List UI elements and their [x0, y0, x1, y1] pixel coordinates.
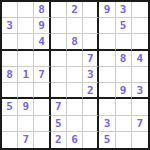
- cell-r7c1[interactable]: 5: [2, 99, 18, 115]
- cell-r2c5[interactable]: [67, 18, 83, 34]
- cell-r8c6[interactable]: [83, 116, 99, 132]
- given-digit: 8: [38, 3, 45, 16]
- given-digit: 6: [71, 133, 78, 146]
- cell-r5c4[interactable]: [51, 67, 67, 83]
- cell-r8c2[interactable]: [18, 116, 34, 132]
- given-digit: 1: [23, 68, 30, 81]
- cell-r9c6[interactable]: [83, 132, 99, 148]
- cell-r9c1[interactable]: [2, 132, 18, 148]
- cell-r4c1[interactable]: [2, 51, 18, 67]
- given-digit: 8: [71, 35, 78, 48]
- given-digit: 7: [87, 52, 94, 65]
- cell-r2c2[interactable]: [18, 18, 34, 34]
- cell-r4c6[interactable]: 7: [83, 51, 99, 67]
- cell-r4c7[interactable]: [99, 51, 115, 67]
- cell-r5c9[interactable]: [132, 67, 148, 83]
- given-digit: 3: [120, 3, 127, 16]
- cell-r8c5[interactable]: [67, 116, 83, 132]
- given-digit: 4: [137, 52, 144, 65]
- cell-r5c2[interactable]: 1: [18, 67, 34, 83]
- cell-r9c8[interactable]: [116, 132, 132, 148]
- cell-r2c8[interactable]: 5: [116, 18, 132, 34]
- cell-r5c3[interactable]: 7: [34, 67, 50, 83]
- given-digit: 5: [6, 100, 13, 113]
- cell-r1c6[interactable]: [83, 2, 99, 18]
- cell-r8c4[interactable]: 5: [51, 116, 67, 132]
- cell-r6c4[interactable]: [51, 83, 67, 99]
- cell-r4c4[interactable]: [51, 51, 67, 67]
- cell-r1c4[interactable]: [51, 2, 67, 18]
- cell-r1c9[interactable]: [132, 2, 148, 18]
- sudoku-board: 82933954878481732935975377265: [0, 0, 150, 150]
- cell-r7c3[interactable]: [34, 99, 50, 115]
- given-digit: 2: [87, 84, 94, 97]
- given-digit: 3: [87, 68, 94, 81]
- cell-r3c6[interactable]: [83, 34, 99, 50]
- cell-r2c4[interactable]: [51, 18, 67, 34]
- cell-r6c8[interactable]: 9: [116, 83, 132, 99]
- given-digit: 7: [23, 133, 30, 146]
- cell-r3c9[interactable]: [132, 34, 148, 50]
- cell-r3c7[interactable]: [99, 34, 115, 50]
- cell-r5c6[interactable]: 3: [83, 67, 99, 83]
- given-digit: 9: [120, 84, 127, 97]
- cell-r5c7[interactable]: [99, 67, 115, 83]
- cell-r6c1[interactable]: [2, 83, 18, 99]
- given-digit: 2: [55, 133, 62, 146]
- cell-r9c3[interactable]: [34, 132, 50, 148]
- cell-r2c6[interactable]: [83, 18, 99, 34]
- cell-r7c2[interactable]: 9: [18, 99, 34, 115]
- cell-r1c7[interactable]: 9: [99, 2, 115, 18]
- cell-r8c1[interactable]: [2, 116, 18, 132]
- cell-r1c2[interactable]: [18, 2, 34, 18]
- given-digit: 9: [23, 100, 30, 113]
- cell-r7c4[interactable]: 7: [51, 99, 67, 115]
- cell-r1c3[interactable]: 8: [34, 2, 50, 18]
- cell-r1c1[interactable]: [2, 2, 18, 18]
- given-digit: 7: [38, 68, 45, 81]
- cell-r5c5[interactable]: [67, 67, 83, 83]
- cell-r7c6[interactable]: [83, 99, 99, 115]
- cell-r8c8[interactable]: [116, 116, 132, 132]
- cell-r9c5[interactable]: 6: [67, 132, 83, 148]
- cell-r6c9[interactable]: 3: [132, 83, 148, 99]
- given-digit: 5: [55, 117, 62, 130]
- cell-r5c8[interactable]: [116, 67, 132, 83]
- cell-r8c7[interactable]: 3: [99, 116, 115, 132]
- cell-r9c9[interactable]: [132, 132, 148, 148]
- cell-r4c2[interactable]: [18, 51, 34, 67]
- cell-r6c3[interactable]: [34, 83, 50, 99]
- given-digit: 7: [55, 100, 62, 113]
- cell-r1c8[interactable]: 3: [116, 2, 132, 18]
- given-digit: 3: [6, 19, 13, 32]
- given-digit: 8: [120, 52, 127, 65]
- cell-r4c9[interactable]: 4: [132, 51, 148, 67]
- given-digit: 4: [38, 35, 45, 48]
- cell-r2c1[interactable]: 3: [2, 18, 18, 34]
- cell-r2c3[interactable]: 9: [34, 18, 50, 34]
- cell-r9c2[interactable]: 7: [18, 132, 34, 148]
- cell-r6c7[interactable]: [99, 83, 115, 99]
- cell-r1c5[interactable]: 2: [67, 2, 83, 18]
- given-digit: 8: [6, 68, 13, 81]
- cell-r5c1[interactable]: 8: [2, 67, 18, 83]
- cell-r3c1[interactable]: [2, 34, 18, 50]
- cell-r2c7[interactable]: [99, 18, 115, 34]
- given-digit: 3: [104, 117, 111, 130]
- cell-r7c7[interactable]: [99, 99, 115, 115]
- cell-r8c3[interactable]: [34, 116, 50, 132]
- cell-r3c5[interactable]: 8: [67, 34, 83, 50]
- cell-r4c8[interactable]: 8: [116, 51, 132, 67]
- cell-r2c9[interactable]: [132, 18, 148, 34]
- cell-r9c7[interactable]: 5: [99, 132, 115, 148]
- cell-r7c5[interactable]: [67, 99, 83, 115]
- given-digit: 9: [104, 3, 111, 16]
- cell-r3c4[interactable]: [51, 34, 67, 50]
- cell-r4c5[interactable]: [67, 51, 83, 67]
- cell-r3c2[interactable]: [18, 34, 34, 50]
- cell-r7c9[interactable]: [132, 99, 148, 115]
- cell-r9c4[interactable]: 2: [51, 132, 67, 148]
- given-digit: 7: [137, 117, 144, 130]
- cell-r8c9[interactable]: 7: [132, 116, 148, 132]
- given-digit: 3: [137, 84, 144, 97]
- given-digit: 9: [38, 19, 45, 32]
- given-digit: 2: [71, 3, 78, 16]
- cell-r3c8[interactable]: [116, 34, 132, 50]
- cell-r6c6[interactable]: 2: [83, 83, 99, 99]
- given-digit: 5: [104, 133, 111, 146]
- cell-r4c3[interactable]: [34, 51, 50, 67]
- given-digit: 5: [120, 19, 127, 32]
- cell-r3c3[interactable]: 4: [34, 34, 50, 50]
- cell-r6c5[interactable]: [67, 83, 83, 99]
- cell-r6c2[interactable]: [18, 83, 34, 99]
- cell-r7c8[interactable]: [116, 99, 132, 115]
